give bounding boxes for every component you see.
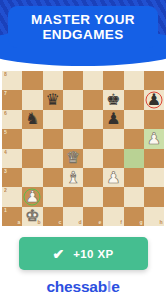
square-g4[interactable]: [124, 149, 144, 168]
square-a5[interactable]: 5: [2, 129, 22, 148]
square-h5[interactable]: ♟: [144, 129, 164, 148]
square-h2[interactable]: [144, 187, 164, 206]
square-d5[interactable]: [63, 129, 83, 148]
square-f3[interactable]: ♟: [103, 168, 123, 187]
square-b7[interactable]: [22, 90, 42, 109]
square-h6[interactable]: [144, 110, 164, 129]
square-f1[interactable]: f: [103, 207, 123, 226]
rank-label-5: 5: [4, 130, 7, 135]
square-e4[interactable]: [83, 149, 103, 168]
rank-label-3: 3: [4, 169, 7, 174]
square-e7[interactable]: [83, 90, 103, 109]
file-label-d: d: [78, 220, 81, 225]
square-h7[interactable]: ♟: [144, 90, 164, 109]
rank-label-4: 4: [4, 150, 7, 155]
square-f5[interactable]: [103, 129, 123, 148]
square-d8[interactable]: [63, 71, 83, 90]
square-a8[interactable]: 8: [2, 71, 22, 90]
square-g3[interactable]: [124, 168, 144, 187]
square-c4[interactable]: [43, 149, 63, 168]
square-h4[interactable]: [144, 149, 164, 168]
file-label-h: h: [159, 220, 162, 225]
promo-title-line2: ENDGAMES: [42, 27, 123, 43]
square-b6[interactable]: ♞: [22, 110, 42, 129]
square-d3[interactable]: ♝: [63, 168, 83, 187]
square-a1[interactable]: 1a: [2, 207, 22, 226]
white-queen-d4[interactable]: ♛: [63, 149, 83, 168]
square-b2[interactable]: ♟: [22, 187, 42, 206]
square-c5[interactable]: [43, 129, 63, 148]
square-c7[interactable]: ♛: [43, 90, 63, 109]
square-h1[interactable]: h: [144, 207, 164, 226]
square-f4[interactable]: [103, 149, 123, 168]
square-c2[interactable]: [43, 187, 63, 206]
square-c1[interactable]: c: [43, 207, 63, 226]
square-g7[interactable]: [124, 90, 144, 109]
square-b4[interactable]: [22, 149, 42, 168]
logo-text-2: e: [111, 278, 119, 295]
square-f8[interactable]: [103, 71, 123, 90]
square-d2[interactable]: [63, 187, 83, 206]
square-d6[interactable]: [63, 110, 83, 129]
square-e5[interactable]: [83, 129, 103, 148]
square-e8[interactable]: [83, 71, 103, 90]
square-g5[interactable]: [124, 129, 144, 148]
rank-label-2: 2: [4, 188, 7, 193]
logo-text-1: chessab: [46, 278, 107, 295]
square-a2[interactable]: 2: [2, 187, 22, 206]
square-e6[interactable]: [83, 110, 103, 129]
white-pawn-f3[interactable]: ♟: [103, 168, 123, 187]
app-screen: MASTER YOUR ENDGAMES 87♛♚♟6♞♟5♟4♛3♝♟2♟1a…: [0, 0, 166, 296]
xp-reward-button[interactable]: ✔ +10 XP: [19, 237, 148, 270]
square-d7[interactable]: [63, 90, 83, 109]
black-pawn-h7[interactable]: ♟: [144, 90, 164, 109]
promo-header: MASTER YOUR ENDGAMES: [0, 0, 166, 68]
square-g1[interactable]: g: [124, 207, 144, 226]
square-d1[interactable]: d: [63, 207, 83, 226]
square-a3[interactable]: 3: [2, 168, 22, 187]
black-king-f7[interactable]: ♚: [103, 90, 123, 109]
file-label-a: a: [18, 220, 21, 225]
square-a6[interactable]: 6: [2, 110, 22, 129]
square-d4[interactable]: ♛: [63, 149, 83, 168]
square-c3[interactable]: [43, 168, 63, 187]
rank-label-6: 6: [4, 111, 7, 116]
white-king-b1[interactable]: ♚: [22, 207, 42, 226]
square-b3[interactable]: [22, 168, 42, 187]
white-pawn-b2[interactable]: ♟: [22, 187, 42, 206]
file-label-e: e: [99, 220, 102, 225]
chessable-logo: chessable: [0, 278, 166, 296]
square-g8[interactable]: [124, 71, 144, 90]
square-a7[interactable]: 7: [2, 90, 22, 109]
white-bishop-d3[interactable]: ♝: [63, 168, 83, 187]
square-a4[interactable]: 4: [2, 149, 22, 168]
file-label-g: g: [139, 220, 142, 225]
square-h3[interactable]: [144, 168, 164, 187]
black-queen-c7[interactable]: ♛: [43, 90, 63, 109]
black-knight-b6[interactable]: ♞: [22, 110, 42, 129]
rank-label-8: 8: [4, 72, 7, 77]
square-c8[interactable]: [43, 71, 63, 90]
square-b1[interactable]: b♚: [22, 207, 42, 226]
chess-board[interactable]: 87♛♚♟6♞♟5♟4♛3♝♟2♟1ab♚cdefgh: [2, 71, 164, 226]
square-f6[interactable]: ♟: [103, 110, 123, 129]
rank-label-7: 7: [4, 91, 7, 96]
checkmark-icon: ✔: [52, 247, 64, 261]
xp-label: +10 XP: [73, 248, 113, 260]
rank-label-1: 1: [4, 208, 7, 213]
square-f7[interactable]: ♚: [103, 90, 123, 109]
square-c6[interactable]: [43, 110, 63, 129]
promo-title-line1: MASTER YOUR: [31, 12, 135, 28]
black-pawn-f6[interactable]: ♟: [103, 110, 123, 129]
square-g6[interactable]: [124, 110, 144, 129]
promo-banner: MASTER YOUR ENDGAMES: [8, 6, 158, 48]
square-b8[interactable]: [22, 71, 42, 90]
square-e3[interactable]: [83, 168, 103, 187]
square-f2[interactable]: [103, 187, 123, 206]
square-e1[interactable]: e: [83, 207, 103, 226]
square-b5[interactable]: [22, 129, 42, 148]
file-label-f: f: [120, 220, 122, 225]
white-pawn-h5[interactable]: ♟: [144, 129, 164, 148]
square-e2[interactable]: [83, 187, 103, 206]
file-label-c: c: [58, 220, 61, 225]
square-h8[interactable]: [144, 71, 164, 90]
square-g2[interactable]: [124, 187, 144, 206]
